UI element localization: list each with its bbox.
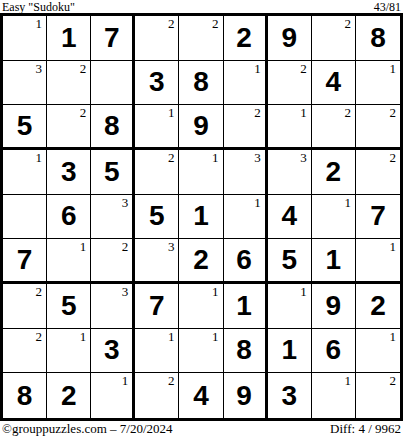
header: Easy "Sudoku" 43/81 [0,0,403,13]
corner-mark: 2 [389,106,396,119]
cell-value: 5 [149,202,165,230]
cell-value: 7 [149,292,165,320]
sudoku-cell-r9c5[interactable]: 4 [179,373,223,418]
sudoku-cell-r4c8[interactable]: 2 [312,150,356,195]
cell-value: 1 [193,202,209,230]
corner-mark: 1 [389,62,396,75]
corner-mark: 2 [36,285,43,298]
corner-mark: 2 [122,240,129,253]
sudoku-cell-r5c9[interactable]: 7 [356,195,400,240]
sudoku-cell-r5c2[interactable]: 6 [47,195,91,240]
corner-mark: 2 [212,17,219,30]
sudoku-cell-r1c9[interactable]: 8 [356,16,400,61]
corner-mark: 1 [122,374,129,387]
corner-mark: 2 [389,374,396,387]
sudoku-cell-r7c5[interactable]: 1 [179,284,223,329]
sudoku-cell-r8c7[interactable]: 1 [268,329,312,374]
cell-value: 9 [236,382,252,410]
cell-value: 5 [61,292,77,320]
cell-value: 5 [104,158,120,186]
cell-value: 1 [61,24,77,52]
sudoku-cell-r3c8[interactable]: 2 [312,105,356,150]
corner-mark: 2 [344,17,351,30]
corner-mark: 1 [300,285,307,298]
corner-mark: 1 [168,330,175,343]
sudoku-cell-r2c2[interactable]: 2 [47,61,91,106]
sudoku-cell-r3c2[interactable]: 2 [47,105,91,150]
sudoku-cell-r3c3[interactable]: 8 [91,105,135,150]
sudoku-page: Easy "Sudoku" 43/81 11722292832381241528… [0,0,403,437]
sudoku-cell-r1c5[interactable]: 2 [179,16,223,61]
sudoku-cell-r9c7[interactable]: 3 [268,373,312,418]
sudoku-cell-r9c9[interactable]: 2 [356,373,400,418]
sudoku-cell-r2c4[interactable]: 3 [135,61,179,106]
sudoku-cell-r9c6[interactable]: 9 [224,373,268,418]
sudoku-cell-r3c7[interactable]: 1 [268,105,312,150]
corner-mark: 1 [212,151,219,164]
sudoku-cell-r2c5[interactable]: 8 [179,61,223,106]
cell-value: 8 [104,112,120,140]
corner-mark: 1 [80,330,87,343]
sudoku-cell-r6c4[interactable]: 3 [135,239,179,284]
corner-mark: 2 [168,374,175,387]
copyright-text: ©grouppuzzles.com – 7/20/2024 [2,422,173,436]
sudoku-cell-r6c3[interactable]: 2 [91,239,135,284]
sudoku-cell-r7c4[interactable]: 7 [135,284,179,329]
corner-mark: 1 [344,374,351,387]
cell-value: 1 [281,336,297,364]
corner-mark: 1 [80,240,87,253]
corner-mark: 1 [212,330,219,343]
sudoku-cell-r5c1[interactable] [3,195,47,240]
sudoku-cell-r6c2[interactable]: 1 [47,239,91,284]
sudoku-cell-r1c6[interactable]: 2 [224,16,268,61]
sudoku-cell-r4c3[interactable]: 5 [91,150,135,195]
sudoku-cell-r3c5[interactable]: 9 [179,105,223,150]
progress-counter: 43/81 [374,1,401,13]
cell-value: 4 [193,382,209,410]
corner-mark: 1 [254,62,261,75]
cell-value: 3 [149,68,165,96]
cell-value: 2 [236,24,252,52]
corner-mark: 3 [300,151,307,164]
sudoku-cell-r3c6[interactable]: 2 [224,105,268,150]
sudoku-cell-r7c2[interactable]: 5 [47,284,91,329]
sudoku-cell-r6c9[interactable]: 1 [356,239,400,284]
sudoku-cell-r9c8[interactable]: 1 [312,373,356,418]
sudoku-cell-r5c7[interactable]: 4 [268,195,312,240]
corner-mark: 2 [80,106,87,119]
cell-value: 7 [370,202,386,230]
corner-mark: 3 [168,240,175,253]
sudoku-cell-r8c5[interactable]: 1 [179,329,223,374]
sudoku-cell-r6c7[interactable]: 5 [268,239,312,284]
corner-mark: 2 [168,151,175,164]
corner-mark: 1 [389,240,396,253]
cell-value: 8 [17,382,33,410]
sudoku-cell-r8c2[interactable]: 1 [47,329,91,374]
sudoku-cell-r5c6[interactable]: 1 [224,195,268,240]
corner-mark: 2 [344,106,351,119]
cell-value: 3 [104,336,120,364]
sudoku-cell-r1c7[interactable]: 9 [268,16,312,61]
corner-mark: 1 [254,196,261,209]
sudoku-cell-r1c8[interactable]: 2 [312,16,356,61]
cell-value: 9 [326,292,342,320]
sudoku-board: 1172229283238124152819212213521332263511… [0,13,403,421]
sudoku-cell-r8c3[interactable]: 3 [91,329,135,374]
corner-mark: 2 [36,330,43,343]
cell-value: 4 [326,68,342,96]
corner-mark: 1 [36,17,43,30]
cell-value: 3 [61,158,77,186]
cell-value: 2 [61,382,77,410]
corner-mark: 1 [300,106,307,119]
sudoku-cell-r8c6[interactable]: 8 [224,329,268,374]
difficulty-text: Diff: 4 / 9962 [330,422,401,436]
sudoku-cell-r2c6[interactable]: 1 [224,61,268,106]
cell-value: 7 [17,246,33,274]
cell-value: 2 [193,246,209,274]
sudoku-cell-r3c9[interactable]: 2 [356,105,400,150]
sudoku-cell-r2c1[interactable]: 3 [3,61,47,106]
corner-mark: 1 [344,196,351,209]
sudoku-cell-r8c8[interactable]: 6 [312,329,356,374]
sudoku-cell-r8c4[interactable]: 1 [135,329,179,374]
corner-mark: 1 [168,106,175,119]
cell-value: 6 [61,202,77,230]
cell-value: 7 [104,24,120,52]
cell-value: 6 [326,336,342,364]
puzzle-title: Easy "Sudoku" [2,1,75,13]
footer: ©grouppuzzles.com – 7/20/2024 Diff: 4 / … [0,421,403,437]
sudoku-cell-r1c3[interactable]: 7 [91,16,135,61]
sudoku-cell-r6c8[interactable]: 1 [312,239,356,284]
sudoku-cell-r8c9[interactable]: 1 [356,329,400,374]
corner-mark: 3 [254,151,261,164]
sudoku-cell-r4c5[interactable]: 1 [179,150,223,195]
cell-value: 8 [193,68,209,96]
sudoku-cell-r5c4[interactable]: 5 [135,195,179,240]
sudoku-cell-r6c6[interactable]: 6 [224,239,268,284]
corner-mark: 1 [389,330,396,343]
sudoku-cell-r4c6[interactable]: 3 [224,150,268,195]
sudoku-cell-r2c7[interactable]: 2 [268,61,312,106]
sudoku-cell-r7c7[interactable]: 1 [268,284,312,329]
sudoku-cell-r8c1[interactable]: 2 [3,329,47,374]
sudoku-cell-r9c3[interactable]: 1 [91,373,135,418]
corner-mark: 1 [212,285,219,298]
sudoku-cell-r3c4[interactable]: 1 [135,105,179,150]
cell-value: 9 [193,112,209,140]
sudoku-cell-r6c5[interactable]: 2 [179,239,223,284]
sudoku-cell-r4c2[interactable]: 3 [47,150,91,195]
sudoku-cell-r9c1[interactable]: 8 [3,373,47,418]
sudoku-cell-r2c3[interactable] [91,61,135,106]
corner-mark: 2 [254,106,261,119]
sudoku-cell-r5c8[interactable]: 1 [312,195,356,240]
sudoku-cell-r5c3[interactable]: 3 [91,195,135,240]
sudoku-cell-r2c8[interactable]: 4 [312,61,356,106]
cell-value: 2 [370,292,386,320]
sudoku-cell-r7c9[interactable]: 2 [356,284,400,329]
sudoku-cell-r1c4[interactable]: 2 [135,16,179,61]
corner-mark: 3 [122,196,129,209]
sudoku-cell-r3c1[interactable]: 5 [3,105,47,150]
sudoku-cell-r7c1[interactable]: 2 [3,284,47,329]
cell-value: 5 [281,246,297,274]
cell-value: 5 [17,112,33,140]
sudoku-cell-r4c1[interactable]: 1 [3,150,47,195]
sudoku-cell-r4c9[interactable]: 2 [356,150,400,195]
cell-value: 4 [281,202,297,230]
sudoku-cell-r1c2[interactable]: 1 [47,16,91,61]
cell-value: 2 [326,158,342,186]
sudoku-cell-r1c1[interactable]: 1 [3,16,47,61]
cell-value: 9 [281,24,297,52]
corner-mark: 2 [80,62,87,75]
sudoku-cell-r4c7[interactable]: 3 [268,150,312,195]
sudoku-cell-r6c1[interactable]: 7 [3,239,47,284]
cell-value: 8 [370,24,386,52]
cell-value: 3 [281,382,297,410]
sudoku-cell-r9c2[interactable]: 2 [47,373,91,418]
sudoku-cell-r9c4[interactable]: 2 [135,373,179,418]
sudoku-cell-r7c8[interactable]: 9 [312,284,356,329]
sudoku-cell-r2c9[interactable]: 1 [356,61,400,106]
sudoku-cell-r4c4[interactable]: 2 [135,150,179,195]
cell-value: 1 [236,292,252,320]
sudoku-cell-r7c6[interactable]: 1 [224,284,268,329]
corner-mark: 1 [36,151,43,164]
corner-mark: 2 [300,62,307,75]
cell-value: 8 [236,336,252,364]
corner-mark: 2 [389,151,396,164]
cell-value: 1 [326,246,342,274]
corner-mark: 3 [36,62,43,75]
corner-mark: 2 [168,17,175,30]
sudoku-cell-r7c3[interactable]: 3 [91,284,135,329]
cell-value: 6 [236,246,252,274]
corner-mark: 3 [122,285,129,298]
sudoku-cell-r5c5[interactable]: 1 [179,195,223,240]
